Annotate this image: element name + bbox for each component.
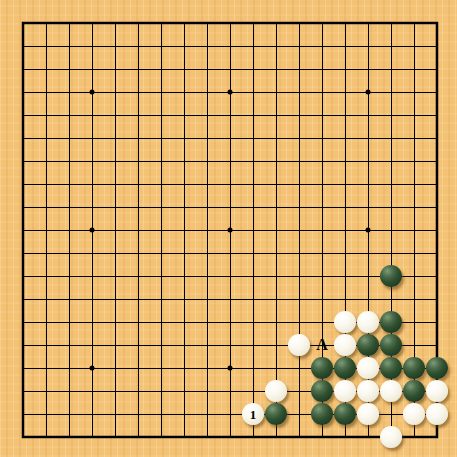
intersection-C14[interactable]: [58, 127, 81, 150]
intersection-P1[interactable]: [334, 426, 357, 449]
intersection-H6[interactable]: [173, 311, 196, 334]
intersection-E2[interactable]: [104, 403, 127, 426]
intersection-R3[interactable]: ○: [380, 380, 403, 403]
intersection-E6[interactable]: [104, 311, 127, 334]
intersection-T3[interactable]: ○: [426, 380, 449, 403]
intersection-M2[interactable]: ●: [265, 403, 288, 426]
intersection-O15[interactable]: [311, 104, 334, 127]
intersection-D10[interactable]: [81, 219, 104, 242]
intersection-H15[interactable]: [173, 104, 196, 127]
intersection-T10[interactable]: [426, 219, 449, 242]
intersection-P13[interactable]: [334, 150, 357, 173]
intersection-T13[interactable]: [426, 150, 449, 173]
intersection-R16[interactable]: [380, 81, 403, 104]
intersection-O13[interactable]: [311, 150, 334, 173]
intersection-G7[interactable]: [150, 288, 173, 311]
intersection-F5[interactable]: [127, 334, 150, 357]
intersection-A12[interactable]: [12, 173, 35, 196]
intersection-G18[interactable]: [150, 35, 173, 58]
intersection-R14[interactable]: [380, 127, 403, 150]
intersection-J17[interactable]: [196, 58, 219, 81]
intersection-D9[interactable]: [81, 242, 104, 265]
intersection-S13[interactable]: [403, 150, 426, 173]
intersection-H1[interactable]: [173, 426, 196, 449]
intersection-E3[interactable]: [104, 380, 127, 403]
intersection-B3[interactable]: [35, 380, 58, 403]
intersection-E19[interactable]: [104, 12, 127, 35]
intersection-P2[interactable]: ●: [334, 403, 357, 426]
intersection-R13[interactable]: [380, 150, 403, 173]
intersection-S17[interactable]: [403, 58, 426, 81]
intersection-G5[interactable]: [150, 334, 173, 357]
intersection-C15[interactable]: [58, 104, 81, 127]
intersection-S18[interactable]: [403, 35, 426, 58]
intersection-Q2[interactable]: ○: [357, 403, 380, 426]
intersection-F3[interactable]: [127, 380, 150, 403]
intersection-M8[interactable]: [265, 265, 288, 288]
intersection-D12[interactable]: [81, 173, 104, 196]
intersection-F16[interactable]: [127, 81, 150, 104]
intersection-O4[interactable]: ●: [311, 357, 334, 380]
intersection-J7[interactable]: [196, 288, 219, 311]
intersection-H4[interactable]: [173, 357, 196, 380]
intersection-L4[interactable]: [242, 357, 265, 380]
intersection-Q7[interactable]: [357, 288, 380, 311]
intersection-A2[interactable]: [12, 403, 35, 426]
intersection-S7[interactable]: [403, 288, 426, 311]
intersection-C18[interactable]: [58, 35, 81, 58]
intersection-N17[interactable]: [288, 58, 311, 81]
intersection-A14[interactable]: [12, 127, 35, 150]
intersection-R12[interactable]: [380, 173, 403, 196]
intersection-O8[interactable]: [311, 265, 334, 288]
intersection-P7[interactable]: [334, 288, 357, 311]
intersection-Q5[interactable]: ●: [357, 334, 380, 357]
intersection-F6[interactable]: [127, 311, 150, 334]
intersection-T4[interactable]: ●: [426, 357, 449, 380]
intersection-D6[interactable]: [81, 311, 104, 334]
intersection-R11[interactable]: [380, 196, 403, 219]
intersection-N13[interactable]: [288, 150, 311, 173]
intersection-K10[interactable]: [219, 219, 242, 242]
intersection-B13[interactable]: [35, 150, 58, 173]
intersection-O14[interactable]: [311, 127, 334, 150]
intersection-P19[interactable]: [334, 12, 357, 35]
intersection-P15[interactable]: [334, 104, 357, 127]
intersection-M19[interactable]: [265, 12, 288, 35]
intersection-J1[interactable]: [196, 426, 219, 449]
intersection-S1[interactable]: [403, 426, 426, 449]
intersection-K15[interactable]: [219, 104, 242, 127]
intersection-A1[interactable]: [12, 426, 35, 449]
intersection-L6[interactable]: [242, 311, 265, 334]
intersection-S8[interactable]: [403, 265, 426, 288]
intersection-P11[interactable]: [334, 196, 357, 219]
intersection-G3[interactable]: [150, 380, 173, 403]
intersection-G11[interactable]: [150, 196, 173, 219]
intersection-T1[interactable]: [426, 426, 449, 449]
intersection-M7[interactable]: [265, 288, 288, 311]
intersection-F14[interactable]: [127, 127, 150, 150]
intersection-M12[interactable]: [265, 173, 288, 196]
intersection-H17[interactable]: [173, 58, 196, 81]
intersection-K7[interactable]: [219, 288, 242, 311]
intersection-C6[interactable]: [58, 311, 81, 334]
intersection-F19[interactable]: [127, 12, 150, 35]
intersection-B10[interactable]: [35, 219, 58, 242]
intersection-J16[interactable]: [196, 81, 219, 104]
intersection-Q19[interactable]: [357, 12, 380, 35]
intersection-P17[interactable]: [334, 58, 357, 81]
intersection-B11[interactable]: [35, 196, 58, 219]
intersection-Q12[interactable]: [357, 173, 380, 196]
intersection-A16[interactable]: [12, 81, 35, 104]
intersection-O9[interactable]: [311, 242, 334, 265]
intersection-L11[interactable]: [242, 196, 265, 219]
intersection-D3[interactable]: [81, 380, 104, 403]
intersection-B12[interactable]: [35, 173, 58, 196]
intersection-N8[interactable]: [288, 265, 311, 288]
intersection-E11[interactable]: [104, 196, 127, 219]
intersection-P16[interactable]: [334, 81, 357, 104]
intersection-S6[interactable]: [403, 311, 426, 334]
intersection-F4[interactable]: [127, 357, 150, 380]
intersection-N11[interactable]: [288, 196, 311, 219]
intersection-H7[interactable]: [173, 288, 196, 311]
intersection-M18[interactable]: [265, 35, 288, 58]
intersection-O18[interactable]: [311, 35, 334, 58]
intersection-Q13[interactable]: [357, 150, 380, 173]
intersection-C11[interactable]: [58, 196, 81, 219]
intersection-C16[interactable]: [58, 81, 81, 104]
intersection-F17[interactable]: [127, 58, 150, 81]
intersection-F1[interactable]: [127, 426, 150, 449]
intersection-F2[interactable]: [127, 403, 150, 426]
intersection-R15[interactable]: [380, 104, 403, 127]
intersection-A11[interactable]: [12, 196, 35, 219]
intersection-T5[interactable]: [426, 334, 449, 357]
intersection-L3[interactable]: [242, 380, 265, 403]
intersection-L8[interactable]: [242, 265, 265, 288]
intersection-M14[interactable]: [265, 127, 288, 150]
intersection-N3[interactable]: [288, 380, 311, 403]
intersection-P4[interactable]: ●: [334, 357, 357, 380]
intersection-R2[interactable]: [380, 403, 403, 426]
intersection-L10[interactable]: [242, 219, 265, 242]
intersection-K13[interactable]: [219, 150, 242, 173]
intersection-K9[interactable]: [219, 242, 242, 265]
intersection-H2[interactable]: [173, 403, 196, 426]
intersection-D19[interactable]: [81, 12, 104, 35]
intersection-L7[interactable]: [242, 288, 265, 311]
intersection-D8[interactable]: [81, 265, 104, 288]
intersection-J12[interactable]: [196, 173, 219, 196]
intersection-C13[interactable]: [58, 150, 81, 173]
intersection-S9[interactable]: [403, 242, 426, 265]
intersection-G6[interactable]: [150, 311, 173, 334]
intersection-O2[interactable]: ●: [311, 403, 334, 426]
intersection-O6[interactable]: [311, 311, 334, 334]
intersection-L1[interactable]: [242, 426, 265, 449]
intersection-E4[interactable]: [104, 357, 127, 380]
intersection-T9[interactable]: [426, 242, 449, 265]
intersection-L17[interactable]: [242, 58, 265, 81]
intersection-F8[interactable]: [127, 265, 150, 288]
intersection-R1[interactable]: ○: [380, 426, 403, 449]
intersection-A18[interactable]: [12, 35, 35, 58]
intersection-A8[interactable]: [12, 265, 35, 288]
intersection-J13[interactable]: [196, 150, 219, 173]
intersection-Q18[interactable]: [357, 35, 380, 58]
intersection-N7[interactable]: [288, 288, 311, 311]
intersection-A7[interactable]: [12, 288, 35, 311]
intersection-O11[interactable]: [311, 196, 334, 219]
intersection-L18[interactable]: [242, 35, 265, 58]
intersection-Q4[interactable]: ○: [357, 357, 380, 380]
intersection-R17[interactable]: [380, 58, 403, 81]
intersection-T11[interactable]: [426, 196, 449, 219]
intersection-C9[interactable]: [58, 242, 81, 265]
intersection-N2[interactable]: [288, 403, 311, 426]
intersection-Q1[interactable]: [357, 426, 380, 449]
intersection-N16[interactable]: [288, 81, 311, 104]
intersection-J2[interactable]: [196, 403, 219, 426]
intersection-G9[interactable]: [150, 242, 173, 265]
intersection-K11[interactable]: [219, 196, 242, 219]
intersection-L9[interactable]: [242, 242, 265, 265]
intersection-J8[interactable]: [196, 265, 219, 288]
intersection-P6[interactable]: ○: [334, 311, 357, 334]
intersection-A13[interactable]: [12, 150, 35, 173]
intersection-Q17[interactable]: [357, 58, 380, 81]
intersection-G13[interactable]: [150, 150, 173, 173]
intersection-D4[interactable]: [81, 357, 104, 380]
intersection-L12[interactable]: [242, 173, 265, 196]
intersection-K14[interactable]: [219, 127, 242, 150]
intersection-N5[interactable]: ○: [288, 334, 311, 357]
intersection-C8[interactable]: [58, 265, 81, 288]
intersection-J11[interactable]: [196, 196, 219, 219]
intersection-D1[interactable]: [81, 426, 104, 449]
intersection-S3[interactable]: ●: [403, 380, 426, 403]
intersection-J6[interactable]: [196, 311, 219, 334]
intersection-Q6[interactable]: ○: [357, 311, 380, 334]
intersection-R18[interactable]: [380, 35, 403, 58]
intersection-Q11[interactable]: [357, 196, 380, 219]
intersection-A9[interactable]: [12, 242, 35, 265]
intersection-C19[interactable]: [58, 12, 81, 35]
intersection-S12[interactable]: [403, 173, 426, 196]
intersection-G16[interactable]: [150, 81, 173, 104]
intersection-N12[interactable]: [288, 173, 311, 196]
intersection-K6[interactable]: [219, 311, 242, 334]
intersection-E15[interactable]: [104, 104, 127, 127]
intersection-J14[interactable]: [196, 127, 219, 150]
intersection-M6[interactable]: [265, 311, 288, 334]
intersection-G14[interactable]: [150, 127, 173, 150]
intersection-S2[interactable]: ○: [403, 403, 426, 426]
intersection-J3[interactable]: [196, 380, 219, 403]
intersection-T16[interactable]: [426, 81, 449, 104]
intersection-O19[interactable]: [311, 12, 334, 35]
intersection-B18[interactable]: [35, 35, 58, 58]
intersection-C1[interactable]: [58, 426, 81, 449]
intersection-D14[interactable]: [81, 127, 104, 150]
intersection-T19[interactable]: [426, 12, 449, 35]
intersection-N4[interactable]: [288, 357, 311, 380]
intersection-M9[interactable]: [265, 242, 288, 265]
intersection-K2[interactable]: [219, 403, 242, 426]
intersection-B1[interactable]: [35, 426, 58, 449]
intersection-B2[interactable]: [35, 403, 58, 426]
intersection-B19[interactable]: [35, 12, 58, 35]
intersection-K12[interactable]: [219, 173, 242, 196]
intersection-M16[interactable]: [265, 81, 288, 104]
intersection-F9[interactable]: [127, 242, 150, 265]
intersection-J19[interactable]: [196, 12, 219, 35]
intersection-L2[interactable]: ○1: [242, 403, 265, 426]
intersection-P8[interactable]: [334, 265, 357, 288]
intersection-P18[interactable]: [334, 35, 357, 58]
intersection-P5[interactable]: ○: [334, 334, 357, 357]
intersection-E18[interactable]: [104, 35, 127, 58]
intersection-K19[interactable]: [219, 12, 242, 35]
intersection-O10[interactable]: [311, 219, 334, 242]
intersection-S4[interactable]: ●: [403, 357, 426, 380]
intersection-J15[interactable]: [196, 104, 219, 127]
intersection-D2[interactable]: [81, 403, 104, 426]
intersection-E1[interactable]: [104, 426, 127, 449]
intersection-H16[interactable]: [173, 81, 196, 104]
intersection-J18[interactable]: [196, 35, 219, 58]
intersection-M13[interactable]: [265, 150, 288, 173]
intersection-C4[interactable]: [58, 357, 81, 380]
intersection-O1[interactable]: [311, 426, 334, 449]
intersection-N14[interactable]: [288, 127, 311, 150]
intersection-H5[interactable]: [173, 334, 196, 357]
intersection-E12[interactable]: [104, 173, 127, 196]
intersection-G8[interactable]: [150, 265, 173, 288]
intersection-K4[interactable]: [219, 357, 242, 380]
intersection-B17[interactable]: [35, 58, 58, 81]
intersection-O7[interactable]: [311, 288, 334, 311]
intersection-R6[interactable]: ●: [380, 311, 403, 334]
intersection-R8[interactable]: ●: [380, 265, 403, 288]
intersection-B7[interactable]: [35, 288, 58, 311]
intersection-M17[interactable]: [265, 58, 288, 81]
intersection-P12[interactable]: [334, 173, 357, 196]
intersection-L16[interactable]: [242, 81, 265, 104]
intersection-A17[interactable]: [12, 58, 35, 81]
intersection-G19[interactable]: [150, 12, 173, 35]
intersection-H14[interactable]: [173, 127, 196, 150]
intersection-O3[interactable]: ●: [311, 380, 334, 403]
intersection-D7[interactable]: [81, 288, 104, 311]
intersection-Q15[interactable]: [357, 104, 380, 127]
intersection-O17[interactable]: [311, 58, 334, 81]
intersection-B9[interactable]: [35, 242, 58, 265]
intersection-L5[interactable]: [242, 334, 265, 357]
intersection-E8[interactable]: [104, 265, 127, 288]
intersection-L15[interactable]: [242, 104, 265, 127]
intersection-S5[interactable]: [403, 334, 426, 357]
intersection-C12[interactable]: [58, 173, 81, 196]
intersection-F15[interactable]: [127, 104, 150, 127]
intersection-H11[interactable]: [173, 196, 196, 219]
intersection-K17[interactable]: [219, 58, 242, 81]
intersection-P3[interactable]: ○: [334, 380, 357, 403]
intersection-D11[interactable]: [81, 196, 104, 219]
intersection-C7[interactable]: [58, 288, 81, 311]
intersection-H18[interactable]: [173, 35, 196, 58]
intersection-N9[interactable]: [288, 242, 311, 265]
intersection-T2[interactable]: ○: [426, 403, 449, 426]
intersection-D17[interactable]: [81, 58, 104, 81]
intersection-B6[interactable]: [35, 311, 58, 334]
intersection-M10[interactable]: [265, 219, 288, 242]
intersection-K5[interactable]: [219, 334, 242, 357]
intersection-A19[interactable]: [12, 12, 35, 35]
intersection-G15[interactable]: [150, 104, 173, 127]
intersection-S15[interactable]: [403, 104, 426, 127]
intersection-C10[interactable]: [58, 219, 81, 242]
intersection-L14[interactable]: [242, 127, 265, 150]
intersection-H3[interactable]: [173, 380, 196, 403]
intersection-D5[interactable]: [81, 334, 104, 357]
intersection-D13[interactable]: [81, 150, 104, 173]
intersection-N18[interactable]: [288, 35, 311, 58]
intersection-J4[interactable]: [196, 357, 219, 380]
intersection-Q10[interactable]: [357, 219, 380, 242]
intersection-F12[interactable]: [127, 173, 150, 196]
intersection-E10[interactable]: [104, 219, 127, 242]
intersection-T6[interactable]: [426, 311, 449, 334]
intersection-J9[interactable]: [196, 242, 219, 265]
intersection-C3[interactable]: [58, 380, 81, 403]
intersection-R7[interactable]: [380, 288, 403, 311]
intersection-F13[interactable]: [127, 150, 150, 173]
intersection-G10[interactable]: [150, 219, 173, 242]
intersection-B5[interactable]: [35, 334, 58, 357]
intersection-K3[interactable]: [219, 380, 242, 403]
intersection-A6[interactable]: [12, 311, 35, 334]
intersection-M4[interactable]: [265, 357, 288, 380]
intersection-E17[interactable]: [104, 58, 127, 81]
intersection-Q8[interactable]: [357, 265, 380, 288]
intersection-P9[interactable]: [334, 242, 357, 265]
intersection-Q16[interactable]: [357, 81, 380, 104]
intersection-A3[interactable]: [12, 380, 35, 403]
intersection-O16[interactable]: [311, 81, 334, 104]
intersection-N6[interactable]: [288, 311, 311, 334]
intersection-P14[interactable]: [334, 127, 357, 150]
intersection-E13[interactable]: [104, 150, 127, 173]
intersection-B8[interactable]: [35, 265, 58, 288]
intersection-T15[interactable]: [426, 104, 449, 127]
intersection-G1[interactable]: [150, 426, 173, 449]
intersection-A15[interactable]: [12, 104, 35, 127]
intersection-H10[interactable]: [173, 219, 196, 242]
intersection-H19[interactable]: [173, 12, 196, 35]
intersection-F7[interactable]: [127, 288, 150, 311]
intersection-M1[interactable]: [265, 426, 288, 449]
intersection-F10[interactable]: [127, 219, 150, 242]
intersection-Q14[interactable]: [357, 127, 380, 150]
intersection-T18[interactable]: [426, 35, 449, 58]
intersection-S11[interactable]: [403, 196, 426, 219]
intersection-F18[interactable]: [127, 35, 150, 58]
intersection-R5[interactable]: ●: [380, 334, 403, 357]
